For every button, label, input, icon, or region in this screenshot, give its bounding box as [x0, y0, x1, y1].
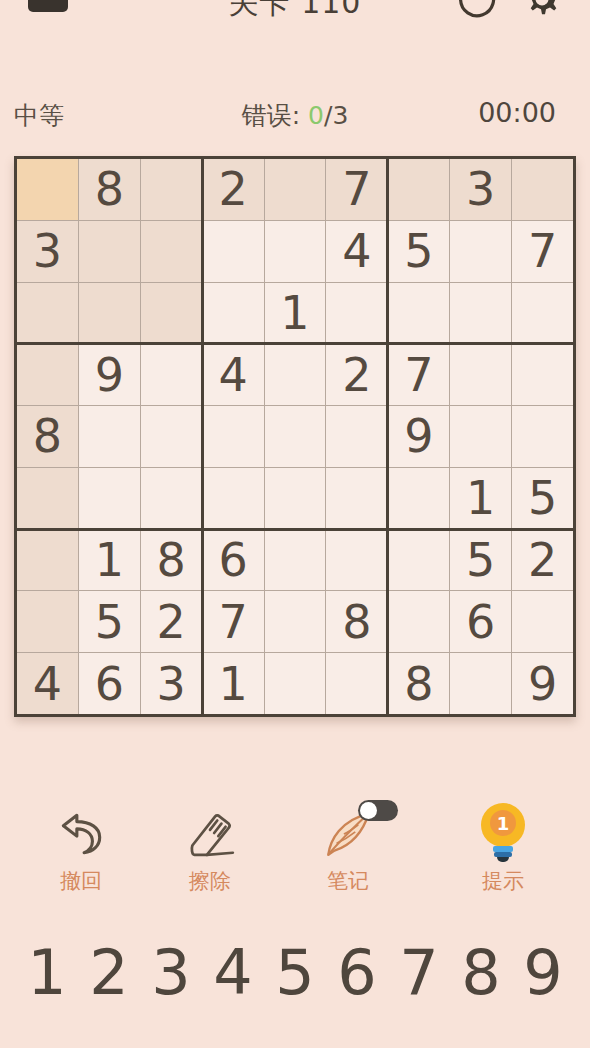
sudoku-cell[interactable] [512, 591, 573, 652]
page-title: 关卡 110 [0, 0, 590, 24]
sudoku-cell[interactable]: 6 [203, 530, 264, 591]
sudoku-cell[interactable] [17, 283, 78, 344]
sudoku-cell[interactable] [450, 344, 511, 405]
sudoku-cell[interactable] [17, 344, 78, 405]
sudoku-cell[interactable]: 3 [450, 159, 511, 220]
sudoku-cell[interactable] [265, 530, 326, 591]
numpad-2[interactable]: 2 [78, 924, 140, 1020]
timer: 00:00 [478, 97, 556, 128]
sudoku-cell[interactable] [326, 468, 387, 529]
sudoku-cell[interactable]: 8 [79, 159, 140, 220]
sudoku-cell[interactable] [79, 221, 140, 282]
sudoku-cell[interactable] [203, 221, 264, 282]
sudoku-cell[interactable]: 6 [450, 591, 511, 652]
sudoku-cell[interactable] [141, 159, 202, 220]
sudoku-cell[interactable] [265, 653, 326, 714]
mistakes-label: 错误: [242, 101, 300, 130]
sudoku-cell[interactable] [79, 406, 140, 467]
sudoku-cell[interactable] [512, 344, 573, 405]
sudoku-cell[interactable]: 4 [17, 653, 78, 714]
erase-button[interactable]: 擦除 [162, 802, 258, 902]
sudoku-cell[interactable] [450, 283, 511, 344]
numpad-8[interactable]: 8 [450, 924, 512, 1020]
sudoku-cell[interactable] [265, 221, 326, 282]
sudoku-cell[interactable] [141, 344, 202, 405]
sudoku-cell[interactable]: 8 [141, 530, 202, 591]
sudoku-cell[interactable] [141, 283, 202, 344]
sudoku-cell[interactable]: 3 [141, 653, 202, 714]
sudoku-cell[interactable] [450, 221, 511, 282]
sudoku-cell[interactable] [265, 159, 326, 220]
sudoku-cell[interactable]: 7 [388, 344, 449, 405]
sudoku-cell[interactable]: 4 [326, 221, 387, 282]
sudoku-cell[interactable] [17, 159, 78, 220]
hint-button[interactable]: 1 提示 [455, 802, 551, 902]
bulb-base [497, 857, 509, 862]
sudoku-cell[interactable] [512, 159, 573, 220]
sudoku-cell[interactable]: 7 [512, 221, 573, 282]
sudoku-cell[interactable] [388, 530, 449, 591]
numpad-5[interactable]: 5 [264, 924, 326, 1020]
numpad-4[interactable]: 4 [202, 924, 264, 1020]
mistakes-counter: 错误: 0/3 [242, 99, 349, 132]
notes-toggle[interactable] [358, 800, 398, 821]
undo-button[interactable]: 撤回 [33, 802, 129, 902]
sudoku-cell[interactable]: 1 [79, 530, 140, 591]
sudoku-cell[interactable] [388, 468, 449, 529]
sudoku-cell[interactable] [17, 530, 78, 591]
sudoku-cell[interactable]: 9 [79, 344, 140, 405]
sudoku-cell[interactable]: 4 [203, 344, 264, 405]
sudoku-cell[interactable] [79, 468, 140, 529]
sudoku-cell[interactable] [388, 591, 449, 652]
sudoku-cell[interactable] [388, 283, 449, 344]
sudoku-cell[interactable]: 7 [203, 591, 264, 652]
sudoku-cell[interactable]: 8 [326, 591, 387, 652]
sudoku-cell[interactable]: 8 [17, 406, 78, 467]
sudoku-cell[interactable] [203, 406, 264, 467]
sudoku-cell[interactable] [450, 653, 511, 714]
mistakes-current: 0 [308, 101, 324, 130]
sudoku-cell[interactable]: 9 [388, 406, 449, 467]
numpad-7[interactable]: 7 [388, 924, 450, 1020]
sudoku-cell[interactable]: 5 [450, 530, 511, 591]
sudoku-cell[interactable] [512, 283, 573, 344]
erase-label: 擦除 [189, 867, 231, 895]
sudoku-cell[interactable]: 2 [141, 591, 202, 652]
sudoku-cell[interactable] [326, 283, 387, 344]
sudoku-cell[interactable] [265, 591, 326, 652]
sudoku-cell[interactable] [326, 530, 387, 591]
sudoku-cell[interactable]: 7 [326, 159, 387, 220]
hint-count-badge: 1 [490, 810, 516, 836]
sudoku-cell[interactable]: 1 [450, 468, 511, 529]
sudoku-cell[interactable] [326, 406, 387, 467]
sudoku-cell[interactable] [265, 468, 326, 529]
sudoku-cell[interactable] [203, 283, 264, 344]
numpad-1[interactable]: 1 [16, 924, 78, 1020]
sudoku-cell[interactable] [79, 283, 140, 344]
difficulty-label: 中等 [14, 99, 64, 132]
numpad-3[interactable]: 3 [140, 924, 202, 1020]
mistakes-total: /3 [324, 101, 348, 130]
sudoku-cell[interactable] [265, 344, 326, 405]
undo-label: 撤回 [60, 867, 102, 895]
sudoku-cell[interactable]: 8 [388, 653, 449, 714]
sudoku-cell[interactable] [141, 221, 202, 282]
sudoku-cell[interactable] [388, 159, 449, 220]
settings-icon[interactable] [520, 0, 564, 25]
sudoku-cell[interactable]: 5 [79, 591, 140, 652]
sudoku-cell[interactable]: 6 [79, 653, 140, 714]
undo-arrow-icon [54, 802, 108, 864]
sudoku-cell[interactable]: 1 [203, 653, 264, 714]
sudoku-cell[interactable]: 1 [265, 283, 326, 344]
sudoku-cell[interactable]: 5 [388, 221, 449, 282]
sudoku-cell[interactable] [450, 406, 511, 467]
sudoku-board: 827334571942789151865252786463189 [14, 156, 576, 717]
sudoku-cell[interactable]: 2 [512, 530, 573, 591]
number-pad: 123456789 [0, 924, 590, 1020]
hint-label: 提示 [482, 867, 524, 895]
sudoku-cell[interactable] [512, 406, 573, 467]
sudoku-cell[interactable] [141, 406, 202, 467]
toggle-knob [360, 802, 377, 819]
sudoku-cell[interactable]: 2 [203, 159, 264, 220]
eraser-icon [183, 802, 237, 864]
sudoku-cell[interactable] [203, 468, 264, 529]
sudoku-cell[interactable] [17, 468, 78, 529]
sudoku-cell[interactable]: 9 [512, 653, 573, 714]
sudoku-cell[interactable] [141, 468, 202, 529]
notes-button[interactable]: 笔记 [300, 802, 396, 902]
sudoku-cell[interactable]: 3 [17, 221, 78, 282]
notes-label: 笔记 [327, 867, 369, 895]
sudoku-cell[interactable] [17, 591, 78, 652]
sudoku-app-screen: 关卡 110 中等 错误: 0/3 00:00 8273345719427891… [0, 0, 590, 1048]
restart-icon[interactable] [454, 0, 500, 26]
sudoku-cell[interactable] [265, 406, 326, 467]
sudoku-cell[interactable] [326, 653, 387, 714]
numpad-9[interactable]: 9 [512, 924, 574, 1020]
sudoku-cell[interactable]: 2 [326, 344, 387, 405]
sudoku-cell[interactable]: 5 [512, 468, 573, 529]
numpad-6[interactable]: 6 [326, 924, 388, 1020]
lightbulb-icon: 1 [479, 802, 527, 864]
feather-icon [320, 802, 376, 864]
